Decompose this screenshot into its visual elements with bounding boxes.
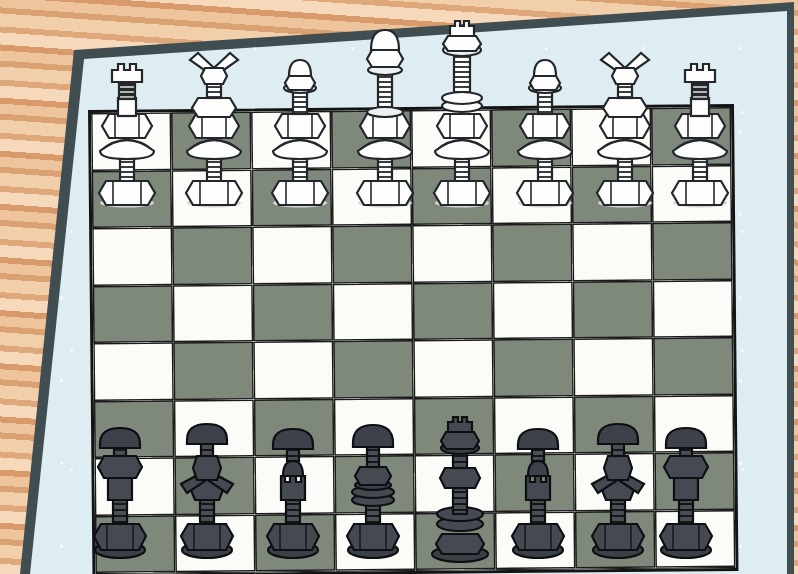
piece-black-queen-d[interactable] (341, 373, 405, 563)
piece-white-bishop-f[interactable] (512, 18, 578, 208)
piece-white-bishop-c[interactable] (267, 18, 333, 208)
white-rook-bolt-icon (94, 18, 160, 208)
black-knight-bolt-icon (586, 373, 650, 563)
piece-black-rook-a[interactable] (88, 373, 152, 563)
white-king-bolt-icon (429, 18, 495, 208)
white-rook-bolt-icon (667, 18, 733, 208)
piece-white-queen-d[interactable] (352, 18, 418, 208)
piece-black-knight-g[interactable] (586, 373, 650, 563)
white-queen-bolt-icon (352, 18, 418, 208)
piece-black-rook-h[interactable] (654, 373, 718, 563)
black-king-bolt-icon (428, 373, 492, 563)
white-knight-bolt-icon (592, 18, 658, 208)
piece-white-rook-h[interactable] (667, 18, 733, 208)
white-bishop-bolt-icon (512, 18, 578, 208)
black-knight-bolt-icon (175, 373, 239, 563)
piece-black-knight-b[interactable] (175, 373, 239, 563)
white-knight-bolt-icon (181, 18, 247, 208)
black-bishop-bolt-icon (261, 373, 325, 563)
scene (0, 0, 798, 574)
piece-black-bishop-f[interactable] (506, 373, 570, 563)
black-rook-bolt-icon (88, 373, 152, 563)
piece-white-knight-g[interactable] (592, 18, 658, 208)
piece-white-knight-b[interactable] (181, 18, 247, 208)
black-queen-bolt-icon (341, 373, 405, 563)
white-bishop-bolt-icon (267, 18, 333, 208)
piece-white-king-e[interactable] (429, 18, 495, 208)
piece-black-king-e[interactable] (428, 373, 492, 563)
piece-white-rook-a[interactable] (94, 18, 160, 208)
piece-black-bishop-c[interactable] (261, 373, 325, 563)
black-rook-bolt-icon (654, 373, 718, 563)
black-bishop-bolt-icon (506, 373, 570, 563)
pieces-layer (0, 0, 798, 574)
